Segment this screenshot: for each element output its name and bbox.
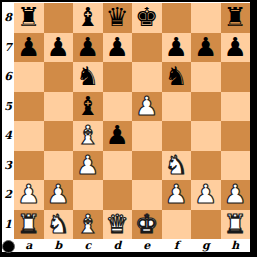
square-b3[interactable] [44, 151, 74, 181]
square-b5[interactable] [44, 92, 74, 122]
board-frame: 87654321 ♜♝♛♚♜♟♟♟♟♟♟♟♞♞♝♟♝♟♟♞♟♟♟♟♟♜♞♝♛♚♜… [0, 0, 257, 257]
square-a8[interactable]: ♜ [14, 3, 44, 33]
square-e2[interactable] [132, 180, 162, 210]
piece-white-pawn-b2[interactable]: ♟ [47, 180, 70, 210]
file-label-f: f [162, 239, 192, 252]
square-d3[interactable] [103, 151, 133, 181]
piece-black-pawn-h7[interactable]: ♟ [224, 33, 247, 63]
piece-black-bishop-c8[interactable]: ♝ [76, 3, 99, 33]
square-a6[interactable] [14, 62, 44, 92]
square-f4[interactable] [162, 121, 192, 151]
square-a7[interactable]: ♟ [14, 33, 44, 63]
rank-label-2: 2 [2, 180, 14, 210]
square-f7[interactable]: ♟ [162, 33, 192, 63]
piece-black-pawn-d7[interactable]: ♟ [106, 33, 129, 63]
piece-white-rook-h1[interactable]: ♜ [224, 210, 247, 240]
square-g7[interactable]: ♟ [191, 33, 221, 63]
file-label-b: b [44, 239, 74, 252]
square-g2[interactable]: ♟ [191, 180, 221, 210]
square-b2[interactable]: ♟ [44, 180, 74, 210]
square-g8[interactable] [191, 3, 221, 33]
square-b6[interactable] [44, 62, 74, 92]
piece-white-queen-d1[interactable]: ♛ [106, 210, 129, 240]
piece-white-pawn-g2[interactable]: ♟ [194, 180, 217, 210]
file-label-c: c [73, 239, 103, 252]
square-b7[interactable]: ♟ [44, 33, 74, 63]
file-label-e: e [132, 239, 162, 252]
square-e3[interactable] [132, 151, 162, 181]
square-c7[interactable]: ♟ [73, 33, 103, 63]
square-c5[interactable]: ♝ [73, 92, 103, 122]
square-f6[interactable]: ♞ [162, 62, 192, 92]
square-d1[interactable]: ♛ [103, 210, 133, 240]
square-h6[interactable] [221, 62, 251, 92]
piece-black-pawn-f7[interactable]: ♟ [165, 33, 188, 63]
rank-label-6: 6 [2, 62, 14, 92]
piece-white-knight-b1[interactable]: ♞ [47, 210, 70, 240]
piece-white-pawn-c3[interactable]: ♟ [76, 151, 99, 181]
square-d6[interactable] [103, 62, 133, 92]
rank-labels: 87654321 [2, 3, 14, 239]
square-a1[interactable]: ♜ [14, 210, 44, 240]
piece-black-pawn-a7[interactable]: ♟ [17, 33, 40, 63]
square-h3[interactable] [221, 151, 251, 181]
piece-white-knight-f3[interactable]: ♞ [165, 151, 188, 181]
piece-white-bishop-c4[interactable]: ♝ [76, 121, 99, 151]
square-h5[interactable] [221, 92, 251, 122]
square-c2[interactable] [73, 180, 103, 210]
rank-label-7: 7 [2, 33, 14, 63]
square-b8[interactable] [44, 3, 74, 33]
file-label-g: g [191, 239, 221, 252]
piece-black-queen-d8[interactable]: ♛ [106, 3, 129, 33]
piece-black-pawn-g7[interactable]: ♟ [194, 33, 217, 63]
square-f2[interactable]: ♟ [162, 180, 192, 210]
file-label-a: a [14, 239, 44, 252]
square-h2[interactable]: ♟ [221, 180, 251, 210]
square-f5[interactable] [162, 92, 192, 122]
square-c4[interactable]: ♝ [73, 121, 103, 151]
board-margin: 87654321 ♜♝♛♚♜♟♟♟♟♟♟♟♞♞♝♟♝♟♟♞♟♟♟♟♟♜♞♝♛♚♜… [2, 2, 250, 252]
square-g5[interactable] [191, 92, 221, 122]
piece-black-bishop-c5[interactable]: ♝ [76, 92, 99, 122]
square-g3[interactable] [191, 151, 221, 181]
piece-black-rook-a8[interactable]: ♜ [17, 3, 40, 33]
piece-white-pawn-a2[interactable]: ♟ [17, 180, 40, 210]
square-h1[interactable]: ♜ [221, 210, 251, 240]
black-to-move-indicator-icon [2, 240, 15, 253]
square-e7[interactable] [132, 33, 162, 63]
square-f1[interactable] [162, 210, 192, 240]
piece-black-king-e8[interactable]: ♚ [135, 3, 158, 33]
piece-black-pawn-d4[interactable]: ♟ [106, 121, 129, 151]
rank-label-8: 8 [2, 3, 14, 33]
file-labels: abcdefgh [14, 239, 250, 252]
square-c1[interactable]: ♝ [73, 210, 103, 240]
piece-white-pawn-f2[interactable]: ♟ [165, 180, 188, 210]
chess-board[interactable]: ♜♝♛♚♜♟♟♟♟♟♟♟♞♞♝♟♝♟♟♞♟♟♟♟♟♜♞♝♛♚♜ [14, 3, 250, 239]
square-f3[interactable]: ♞ [162, 151, 192, 181]
square-e5[interactable]: ♟ [132, 92, 162, 122]
square-b4[interactable] [44, 121, 74, 151]
file-label-d: d [103, 239, 133, 252]
square-d4[interactable]: ♟ [103, 121, 133, 151]
square-g4[interactable] [191, 121, 221, 151]
square-a5[interactable] [14, 92, 44, 122]
file-label-h: h [221, 239, 251, 252]
square-e6[interactable] [132, 62, 162, 92]
rank-label-4: 4 [2, 121, 14, 151]
piece-white-king-e1[interactable]: ♚ [135, 210, 158, 240]
piece-black-pawn-b7[interactable]: ♟ [47, 33, 70, 63]
square-f8[interactable] [162, 3, 192, 33]
square-g6[interactable] [191, 62, 221, 92]
square-e4[interactable] [132, 121, 162, 151]
square-c6[interactable]: ♞ [73, 62, 103, 92]
square-h8[interactable]: ♜ [221, 3, 251, 33]
square-b1[interactable]: ♞ [44, 210, 74, 240]
square-e1[interactable]: ♚ [132, 210, 162, 240]
piece-black-pawn-c7[interactable]: ♟ [76, 33, 99, 63]
square-g1[interactable] [191, 210, 221, 240]
square-a2[interactable]: ♟ [14, 180, 44, 210]
piece-white-pawn-h2[interactable]: ♟ [224, 180, 247, 210]
square-d8[interactable]: ♛ [103, 3, 133, 33]
square-h4[interactable] [221, 121, 251, 151]
piece-black-knight-f6[interactable]: ♞ [165, 62, 188, 92]
square-d5[interactable] [103, 92, 133, 122]
square-c3[interactable]: ♟ [73, 151, 103, 181]
square-h7[interactable]: ♟ [221, 33, 251, 63]
piece-white-pawn-e5[interactable]: ♟ [135, 92, 158, 122]
rank-label-1: 1 [2, 210, 14, 240]
rank-label-5: 5 [2, 92, 14, 122]
square-c8[interactable]: ♝ [73, 3, 103, 33]
piece-white-bishop-c1[interactable]: ♝ [76, 210, 99, 240]
square-d7[interactable]: ♟ [103, 33, 133, 63]
square-e8[interactable]: ♚ [132, 3, 162, 33]
square-d2[interactable] [103, 180, 133, 210]
piece-black-knight-c6[interactable]: ♞ [76, 62, 99, 92]
rank-label-3: 3 [2, 151, 14, 181]
piece-black-rook-h8[interactable]: ♜ [224, 3, 247, 33]
square-a4[interactable] [14, 121, 44, 151]
square-a3[interactable] [14, 151, 44, 181]
piece-white-rook-a1[interactable]: ♜ [17, 210, 40, 240]
